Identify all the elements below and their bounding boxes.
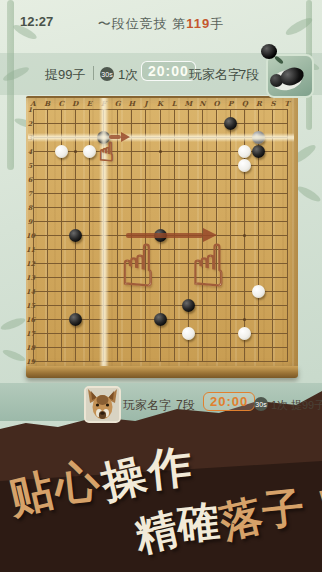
- white-stone: [55, 145, 68, 158]
- white-stone: [83, 145, 96, 158]
- board-row-label: 6: [26, 176, 34, 184]
- board-row-label: 2: [26, 120, 34, 128]
- bamboo-leaf-icon: [296, 184, 322, 204]
- board-column-label: B: [42, 99, 52, 108]
- row-highlight-band: [28, 133, 294, 142]
- grid-line-h: [33, 263, 287, 264]
- top-player-name: 玩家名字: [189, 66, 241, 84]
- board-column-label: H: [127, 99, 137, 108]
- grid-line-h: [33, 305, 287, 306]
- white-stone: [238, 159, 251, 172]
- board-front-edge: [26, 366, 298, 378]
- tap-hand-icon: ☝: [98, 139, 114, 165]
- top-player-rank: 7段: [239, 66, 259, 84]
- bottom-byoyomi-badge: 30s: [254, 397, 268, 411]
- board-row-label: 11: [26, 246, 34, 254]
- board-column-label: J: [141, 99, 151, 108]
- bamboo-leaf-icon: [2, 348, 27, 363]
- top-byoyomi-periods: 1次: [118, 66, 138, 84]
- board-column-label: R: [254, 99, 264, 108]
- board-column-label: N: [197, 99, 207, 108]
- bottom-main-timer: 20:00: [203, 392, 255, 411]
- board-row-label: 8: [26, 204, 34, 212]
- board-row-label: 1: [26, 106, 34, 114]
- board-row-label: 10: [26, 232, 34, 240]
- drag-hand-icon: ☝: [191, 237, 226, 295]
- bottom-byoyomi-periods: 1次: [271, 398, 288, 413]
- white-stone: [238, 145, 251, 158]
- top-capture-count: 提99子: [45, 66, 85, 84]
- app-screen: 12:27 〜段位竞技 第119手 提99子 30s 1次 20:00 玩家名字…: [0, 0, 322, 572]
- move-suffix: 手: [210, 16, 224, 31]
- board-column-label: E: [84, 99, 94, 108]
- top-main-timer: 20:00: [141, 61, 196, 81]
- board-column-label: T: [282, 99, 292, 108]
- board-column-label: L: [169, 99, 179, 108]
- nudge-arrow-icon: [121, 132, 130, 142]
- board-row-label: 12: [26, 260, 34, 268]
- top-byoyomi-badge: 30s: [100, 67, 114, 81]
- board-column-label: M: [183, 99, 193, 108]
- bottom-player-rank: 7段: [176, 397, 195, 414]
- bamboo-leaf-icon: [0, 316, 27, 332]
- leaf-icon: [274, 55, 284, 64]
- grid-line-h: [33, 291, 287, 292]
- match-mode-label: 〜段位竞技 第: [98, 16, 187, 31]
- black-stone: [182, 299, 195, 312]
- star-point: [159, 150, 162, 153]
- board-column-label: C: [56, 99, 66, 108]
- go-board[interactable]: ABCDEFGHJKLMNOPQRST123456789101112131415…: [26, 96, 298, 368]
- board-row-label: 5: [26, 162, 34, 170]
- board-row-label: 13: [26, 274, 34, 282]
- board-column-label: G: [113, 99, 123, 108]
- grid-line-h: [33, 277, 287, 278]
- white-stone: [182, 327, 195, 340]
- top-player-avatar[interactable]: [266, 54, 314, 98]
- board-row-label: 14: [26, 288, 34, 296]
- board-row-label: 17: [26, 330, 34, 338]
- board-column-label: S: [268, 99, 278, 108]
- promo-character: 作: [145, 437, 198, 501]
- board-column-label: O: [212, 99, 222, 108]
- fawn-avatar-icon: [86, 388, 119, 421]
- match-title: 〜段位竞技 第119手: [0, 15, 322, 33]
- bottom-player-avatar[interactable]: [84, 386, 121, 423]
- grid-line-h: [33, 361, 287, 362]
- black-stone: [154, 313, 167, 326]
- board-row-label: 16: [26, 316, 34, 324]
- board-row-label: 7: [26, 190, 34, 198]
- board-row-label: 15: [26, 302, 34, 310]
- grid-line-v: [272, 109, 273, 362]
- star-point: [74, 150, 77, 153]
- board-column-label: Q: [240, 99, 250, 108]
- bottom-capture-count: 提99子: [291, 398, 322, 413]
- grid-line-h: [33, 249, 287, 250]
- grid-line-v: [230, 109, 231, 362]
- black-stone: [252, 145, 265, 158]
- grid-line-h: [33, 347, 287, 348]
- board-row-label: 9: [26, 218, 34, 226]
- grid-line-v: [287, 109, 288, 362]
- bottom-player-name: 玩家名字: [123, 397, 171, 414]
- board-column-label: K: [155, 99, 165, 108]
- board-column-label: D: [70, 99, 80, 108]
- black-stone: [69, 229, 82, 242]
- drag-hand-icon: ☝: [120, 237, 155, 295]
- board-row-label: 18: [26, 344, 34, 352]
- board-row-label: 4: [26, 148, 34, 156]
- black-stone: [224, 117, 237, 130]
- board-column-label: P: [226, 99, 236, 108]
- divider: [93, 66, 94, 80]
- move-number: 119: [186, 16, 210, 31]
